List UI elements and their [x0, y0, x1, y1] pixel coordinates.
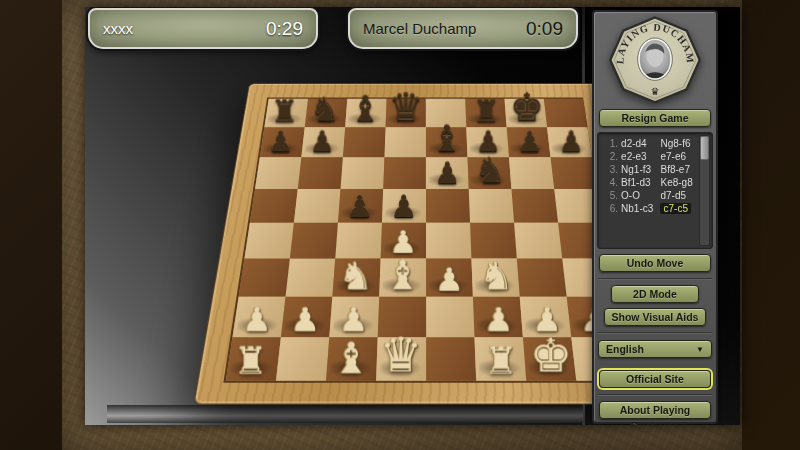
square-a7[interactable]: ♟ — [260, 127, 305, 157]
piece-black-bishop-c8[interactable]: ♝ — [345, 92, 385, 127]
square-b1[interactable] — [276, 337, 329, 380]
leather-frame: xxxx 0:29 Marcel Duchamp 0:09 ♜♞♝♛♜♚♟♟♝♟… — [62, 0, 742, 450]
square-b8[interactable]: ♞ — [305, 99, 348, 127]
app-window: xxxx 0:29 Marcel Duchamp 0:09 ♜♞♝♛♜♚♟♟♝♟… — [0, 0, 800, 450]
move-number: 4. — [604, 176, 618, 189]
divider — [598, 332, 712, 334]
square-b5[interactable] — [294, 189, 341, 223]
scrollbar-thumb[interactable] — [700, 136, 709, 160]
piece-white-knight-f3[interactable]: ♞ — [473, 257, 520, 295]
square-e4[interactable] — [426, 223, 471, 259]
piece-black-knight-b8[interactable]: ♞ — [305, 94, 345, 127]
square-c3[interactable]: ♞ — [332, 259, 380, 297]
move-row: 5.O-Od7-d5 — [604, 189, 698, 202]
move-white: O-O — [621, 189, 660, 202]
square-c5[interactable]: ♟ — [338, 189, 383, 223]
piece-black-rook-f8[interactable]: ♜ — [466, 96, 506, 126]
move-number: 5. — [604, 189, 618, 202]
square-a4[interactable] — [244, 223, 293, 259]
square-e3[interactable]: ♟ — [426, 259, 473, 297]
square-b4[interactable] — [290, 223, 338, 259]
white-player-name: xxxx — [103, 20, 133, 37]
square-e6[interactable]: ♟ — [426, 157, 469, 189]
square-e5[interactable] — [426, 189, 470, 223]
square-a2[interactable]: ♟ — [232, 297, 285, 338]
piece-black-pawn-b7[interactable]: ♟ — [301, 128, 343, 156]
sidebar-panel: PLAYING DUCHAMP ♛ Resign Game — [592, 10, 718, 424]
square-d5[interactable]: ♟ — [382, 189, 426, 223]
square-f4[interactable] — [470, 223, 517, 259]
piece-black-rook-a8[interactable]: ♜ — [264, 96, 304, 126]
piece-white-knight-c3[interactable]: ♞ — [332, 257, 379, 295]
board-frame: ♜♞♝♛♜♚♟♟♝♟♟♟♟♞♟♟♟♞♝♟♞♟♟♟♟♟♟♜♝♛♜♚ — [193, 83, 656, 404]
piece-white-rook-a1[interactable]: ♜ — [226, 342, 276, 380]
square-a6[interactable] — [255, 157, 301, 189]
piece-black-queen-d8[interactable]: ♛ — [386, 88, 426, 127]
square-c7[interactable] — [343, 127, 386, 157]
move-black: d7-d5 — [660, 189, 698, 202]
move-row: 6.Nb1-c3c7-c5 — [604, 202, 698, 215]
move-black: Bf8-e7 — [660, 163, 698, 176]
square-h8[interactable] — [544, 99, 588, 127]
square-h7[interactable]: ♟ — [547, 127, 592, 157]
square-g7[interactable]: ♟ — [507, 127, 551, 157]
piece-white-bishop-d3[interactable]: ♝ — [379, 255, 426, 295]
square-f3[interactable]: ♞ — [471, 259, 519, 297]
divider — [598, 364, 712, 366]
square-c2[interactable]: ♟ — [329, 297, 379, 338]
move-list-scrollbar[interactable] — [699, 135, 710, 246]
piece-white-pawn-b2[interactable]: ♟ — [281, 303, 329, 336]
square-g4[interactable] — [514, 223, 562, 259]
square-a3[interactable] — [239, 259, 290, 297]
2d-mode-button[interactable]: 2D Mode — [611, 285, 699, 303]
square-c8[interactable]: ♝ — [345, 99, 386, 127]
move-black: e7-e6 — [660, 150, 698, 163]
move-white: Ng1-f3 — [621, 163, 660, 176]
move-row: 1.d2-d4Ng8-f6 — [604, 137, 698, 150]
square-f1[interactable]: ♜ — [475, 337, 527, 380]
piece-white-bishop-c1[interactable]: ♝ — [326, 336, 376, 379]
square-f8[interactable]: ♜ — [465, 99, 506, 127]
piece-black-pawn-d5[interactable]: ♟ — [382, 192, 426, 222]
move-white: d2-d4 — [621, 137, 660, 150]
square-d6[interactable] — [383, 157, 426, 189]
square-c6[interactable] — [340, 157, 384, 189]
square-d1[interactable]: ♛ — [376, 337, 426, 380]
white-player-time: 0:29 — [266, 18, 303, 40]
square-d3[interactable]: ♝ — [379, 259, 426, 297]
square-b2[interactable]: ♟ — [281, 297, 332, 338]
move-white: Bf1-d3 — [621, 176, 660, 189]
piece-black-king-g8[interactable]: ♚ — [507, 89, 547, 127]
move-row: 3.Ng1-f3Bf8-e7 — [604, 163, 698, 176]
move-white: Nb1-c3 — [621, 202, 660, 215]
move-number: 6. — [604, 202, 618, 215]
chevron-down-icon: ▼ — [696, 341, 704, 357]
divider — [598, 394, 712, 396]
square-e2[interactable] — [426, 297, 474, 338]
crown-icon: ♛ — [651, 86, 660, 97]
move-number: 3. — [604, 163, 618, 176]
square-f6[interactable]: ♞ — [467, 157, 511, 189]
piece-black-bishop-e7[interactable]: ♝ — [426, 121, 468, 157]
square-a1[interactable]: ♜ — [226, 337, 281, 380]
move-white: e2-e3 — [621, 150, 660, 163]
square-d8[interactable]: ♛ — [386, 99, 426, 127]
square-e1[interactable] — [426, 337, 476, 380]
move-black: Ng8-f6 — [660, 137, 698, 150]
chess-board-grid[interactable]: ♜♞♝♛♜♚♟♟♝♟♟♟♟♞♟♟♟♞♝♟♞♟♟♟♟♟♟♜♝♛♜♚ — [226, 99, 624, 381]
duchamp-portrait — [638, 38, 673, 81]
square-g3[interactable] — [517, 259, 567, 297]
square-c1[interactable]: ♝ — [326, 337, 378, 380]
square-f2[interactable]: ♟ — [473, 297, 523, 338]
floor-reflection — [107, 405, 583, 423]
black-player-name: Marcel Duchamp — [363, 20, 476, 37]
piece-black-pawn-h7[interactable]: ♟ — [550, 128, 592, 156]
move-black: Ke8-g8 — [660, 176, 698, 189]
square-c4[interactable] — [335, 223, 382, 259]
piece-black-knight-f6[interactable]: ♞ — [469, 153, 512, 188]
piece-white-pawn-a2[interactable]: ♟ — [233, 303, 281, 336]
black-player-clock: Marcel Duchamp 0:09 — [348, 8, 578, 49]
square-g5[interactable] — [511, 189, 558, 223]
piece-black-pawn-c5[interactable]: ♟ — [338, 192, 382, 222]
move-list-rows: 1.d2-d4Ng8-f62.e2-e3e7-e63.Ng1-f3Bf8-e74… — [604, 137, 698, 215]
move-number: 1. — [604, 137, 618, 150]
square-e7[interactable]: ♝ — [426, 127, 468, 157]
square-f5[interactable] — [469, 189, 514, 223]
square-g1[interactable]: ♚ — [523, 337, 576, 380]
move-list[interactable]: 1.d2-d4Ng8-f62.e2-e3e7-e63.Ng1-f3Bf8-e74… — [597, 132, 713, 249]
about-button[interactable]: About Playing Duchamp — [599, 401, 711, 419]
square-b7[interactable]: ♟ — [301, 127, 345, 157]
square-a5[interactable] — [250, 189, 298, 223]
piece-white-pawn-f2[interactable]: ♟ — [474, 303, 522, 336]
language-dropdown[interactable]: English ▼ — [598, 340, 712, 358]
piece-white-pawn-e3[interactable]: ♟ — [426, 264, 473, 296]
move-black: c7-c5 — [660, 202, 698, 215]
piece-white-king-g1[interactable]: ♚ — [526, 333, 576, 380]
piece-black-pawn-e6[interactable]: ♟ — [426, 159, 469, 188]
square-g6[interactable] — [509, 157, 554, 189]
piece-white-rook-f1[interactable]: ♜ — [476, 342, 526, 380]
piece-black-pawn-a7[interactable]: ♟ — [260, 128, 302, 156]
language-selected: English — [606, 341, 644, 357]
move-row: 4.Bf1-d3Ke8-g8 — [604, 176, 698, 189]
chess-board[interactable]: ♜♞♝♛♜♚♟♟♝♟♟♟♟♞♟♟♟♞♝♟♞♟♟♟♟♟♟♜♝♛♜♚ — [193, 83, 656, 404]
square-g8[interactable]: ♚ — [504, 99, 547, 127]
square-b6[interactable] — [298, 157, 343, 189]
show-visual-aids-button[interactable]: Show Visual Aids — [604, 308, 706, 326]
game-area: xxxx 0:29 Marcel Duchamp 0:09 ♜♞♝♛♜♚♟♟♝♟… — [85, 7, 740, 425]
square-h6[interactable] — [551, 157, 597, 189]
black-player-time: 0:09 — [526, 18, 563, 40]
square-d7[interactable] — [384, 127, 426, 157]
piece-white-pawn-c2[interactable]: ♟ — [329, 303, 377, 336]
resign-game-button[interactable]: Resign Game — [599, 109, 711, 127]
official-site-button[interactable]: Official Site — [599, 370, 711, 388]
square-a8[interactable]: ♜ — [264, 99, 308, 127]
piece-black-pawn-g7[interactable]: ♟ — [509, 128, 551, 156]
piece-white-queen-d1[interactable]: ♛ — [376, 332, 426, 380]
square-b3[interactable] — [286, 259, 336, 297]
move-number: 2. — [604, 150, 618, 163]
white-player-clock: xxxx 0:29 — [88, 8, 318, 49]
divider — [598, 278, 712, 280]
playing-duchamp-badge: PLAYING DUCHAMP ♛ — [600, 16, 710, 104]
undo-move-button[interactable]: Undo Move — [599, 254, 711, 272]
move-row: 2.e2-e3e7-e6 — [604, 150, 698, 163]
